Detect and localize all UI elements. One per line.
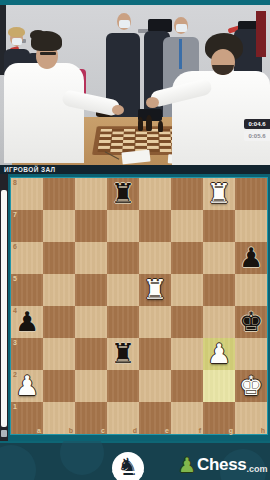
board-section: 8♜♜76♟5♜4♟♚3♜♟2♟♚1abcdefgh (0, 174, 270, 441)
decorative-swirl (0, 445, 36, 480)
chess-piece-silhouette (158, 121, 163, 132)
player-left-hair (31, 31, 62, 51)
white-king-h2: ♚ (235, 370, 267, 402)
square-g4 (203, 306, 235, 338)
square-b6 (43, 242, 75, 274)
square-g3: ♟ (203, 338, 235, 370)
square-c4 (75, 306, 107, 338)
face-mask (119, 20, 130, 28)
rank-label-3: 3 (13, 339, 17, 346)
file-label-d: d (133, 427, 137, 434)
evaluation-bar-white (1, 190, 7, 427)
face-mask (12, 38, 22, 45)
rank-label-8: 8 (13, 179, 17, 186)
square-f6 (171, 242, 203, 274)
caption-bar: ИГРОВОЙ ЗАЛ (0, 165, 270, 174)
square-f1: f (171, 402, 203, 434)
square-c6 (75, 242, 107, 274)
file-label-f: f (199, 427, 201, 434)
evaluation-bar-thumb (1, 430, 7, 437)
decorative-swirl (60, 441, 104, 475)
chesscom-logo: ♟ Chess .com (178, 453, 267, 477)
square-e2 (139, 370, 171, 402)
green-pawn-icon: ♟ (178, 454, 196, 476)
lanyard (179, 39, 182, 69)
file-label-a: a (37, 427, 41, 434)
player-left-body (4, 63, 84, 163)
black-king-h4: ♚ (235, 306, 267, 338)
square-b5 (43, 274, 75, 306)
face-mask (176, 24, 187, 32)
square-b8 (43, 178, 75, 210)
square-f8 (171, 178, 203, 210)
square-b4 (43, 306, 75, 338)
file-label-e: e (165, 427, 169, 434)
square-h3 (235, 338, 267, 370)
square-g1: g (203, 402, 235, 434)
white-rook-e5: ♜ (139, 274, 171, 306)
file-label-b: b (69, 427, 73, 434)
square-h7 (235, 210, 267, 242)
black-pawn-h6: ♟ (235, 242, 267, 274)
player-right-hand (146, 97, 159, 108)
rank-label-7: 7 (13, 211, 17, 218)
footer-bar: ♞ ♟ Chess .com (0, 441, 270, 480)
square-b7 (43, 210, 75, 242)
white-rook-g8: ♜ (203, 178, 235, 210)
square-a2: 2♟ (11, 370, 43, 402)
square-e5: ♜ (139, 274, 171, 306)
square-c8 (75, 178, 107, 210)
square-c2 (75, 370, 107, 402)
file-label-c: c (101, 427, 105, 434)
square-e4 (139, 306, 171, 338)
square-d4 (107, 306, 139, 338)
square-d8: ♜ (107, 178, 139, 210)
clock-badge-bottom: 0:05.6 (244, 131, 270, 141)
white-pawn-g3: ♟ (203, 338, 235, 370)
fide-logo-stripe (112, 471, 144, 473)
square-h6: ♟ (235, 242, 267, 274)
square-g2 (203, 370, 235, 402)
fide-logo: ♞ (112, 452, 144, 480)
white-pawn-a2: ♟ (11, 370, 43, 402)
chesscom-wordmark-suffix: .com (246, 464, 267, 474)
square-d5 (107, 274, 139, 306)
square-c1: c (75, 402, 107, 434)
square-g6 (203, 242, 235, 274)
square-e7 (139, 210, 171, 242)
square-a1: 1a (11, 402, 43, 434)
square-d2 (107, 370, 139, 402)
square-h5 (235, 274, 267, 306)
footer-divider (0, 441, 270, 443)
clock-badge-top: 0:04.6 (244, 119, 270, 129)
square-f2 (171, 370, 203, 402)
square-b2 (43, 370, 75, 402)
square-e8 (139, 178, 171, 210)
video-frame[interactable]: 0:04.6 0:05.6 ИГРОВОЙ ЗАЛ 8♜♜76♟5♜4♟♚3♜♟… (0, 0, 270, 480)
square-b3 (43, 338, 75, 370)
player-left-hand (112, 105, 124, 115)
square-a7: 7 (11, 210, 43, 242)
square-a5: 5 (11, 274, 43, 306)
square-d3: ♜ (107, 338, 139, 370)
chesscom-wordmark: Chess (197, 455, 247, 475)
rank-label-1: 1 (13, 403, 17, 410)
black-pawn-a4: ♟ (11, 306, 43, 338)
black-rook-d8: ♜ (107, 178, 139, 210)
square-h4: ♚ (235, 306, 267, 338)
square-a8: 8 (11, 178, 43, 210)
square-g7 (203, 210, 235, 242)
square-h1: h (235, 402, 267, 434)
square-h2: ♚ (235, 370, 267, 402)
square-e3 (139, 338, 171, 370)
fide-logo-stripe (112, 475, 144, 477)
square-f5 (171, 274, 203, 306)
rank-label-5: 5 (13, 275, 17, 282)
square-d6 (107, 242, 139, 274)
player-left-glasses (40, 52, 56, 55)
square-d7 (107, 210, 139, 242)
square-f3 (171, 338, 203, 370)
broadcast-photo: 0:04.6 0:05.6 (0, 5, 270, 165)
square-g8: ♜ (203, 178, 235, 210)
square-c7 (75, 210, 107, 242)
file-label-g: g (229, 427, 233, 434)
square-d1: d (107, 402, 139, 434)
square-f7 (171, 210, 203, 242)
square-g5 (203, 274, 235, 306)
file-label-h: h (261, 427, 265, 434)
evaluation-bar (0, 174, 8, 441)
square-c5 (75, 274, 107, 306)
black-rook-d3: ♜ (107, 338, 139, 370)
red-banner (256, 11, 266, 57)
square-h8 (235, 178, 267, 210)
square-a6: 6 (11, 242, 43, 274)
square-e1: e (139, 402, 171, 434)
square-f4 (171, 306, 203, 338)
chess-piece-silhouette (138, 117, 143, 131)
square-c3 (75, 338, 107, 370)
spectator-hair (8, 27, 25, 37)
square-a4: 4♟ (11, 306, 43, 338)
rank-label-6: 6 (13, 243, 17, 250)
chess-piece-silhouette (146, 115, 152, 131)
square-b1: b (43, 402, 75, 434)
square-e6 (139, 242, 171, 274)
square-a3: 3 (11, 338, 43, 370)
chess-board: 8♜♜76♟5♜4♟♚3♜♟2♟♚1abcdefgh (11, 178, 267, 434)
